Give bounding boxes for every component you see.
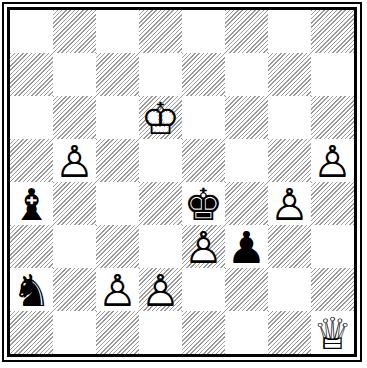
white-pawn[interactable]: ♟♙ (53, 139, 96, 182)
chess-board: ♚♔♟♙♟♙♝♚♟♙♟♙♟♞♟♙♟♙♛♕ (10, 10, 354, 354)
square-e8[interactable] (182, 10, 225, 53)
black-bishop-glyph: ♝ (10, 182, 53, 225)
white-queen[interactable]: ♛♕ (311, 311, 354, 354)
square-b6[interactable] (53, 96, 96, 139)
black-bishop[interactable]: ♝ (10, 182, 53, 225)
square-h3[interactable] (311, 225, 354, 268)
square-a4[interactable]: ♝ (10, 182, 53, 225)
square-d6[interactable]: ♚♔ (139, 96, 182, 139)
white-pawn[interactable]: ♟♙ (311, 139, 354, 182)
square-f3[interactable]: ♟ (225, 225, 268, 268)
square-d1[interactable] (139, 311, 182, 354)
square-d2[interactable]: ♟♙ (139, 268, 182, 311)
white-pawn-glyph: ♙ (268, 182, 311, 225)
black-king-glyph: ♚ (182, 182, 225, 225)
white-king-glyph: ♔ (139, 96, 182, 139)
square-g1[interactable] (268, 311, 311, 354)
square-c6[interactable] (96, 96, 139, 139)
square-a3[interactable] (10, 225, 53, 268)
square-h7[interactable] (311, 53, 354, 96)
black-pawn-glyph: ♟ (225, 225, 268, 268)
square-a7[interactable] (10, 53, 53, 96)
chess-diagram: ♚♔♟♙♟♙♝♚♟♙♟♙♟♞♟♙♟♙♛♕ (2, 2, 362, 362)
black-knight[interactable]: ♞ (10, 268, 53, 311)
white-pawn[interactable]: ♟♙ (139, 268, 182, 311)
black-king[interactable]: ♚ (182, 182, 225, 225)
square-e7[interactable] (182, 53, 225, 96)
square-d3[interactable] (139, 225, 182, 268)
black-knight-glyph: ♞ (10, 268, 53, 311)
white-pawn-glyph: ♙ (96, 268, 139, 311)
square-f4[interactable] (225, 182, 268, 225)
square-f5[interactable] (225, 139, 268, 182)
square-c5[interactable] (96, 139, 139, 182)
white-pawn[interactable]: ♟♙ (96, 268, 139, 311)
square-g3[interactable] (268, 225, 311, 268)
white-pawn-fill-glyph: ♟ (182, 225, 225, 268)
white-king[interactable]: ♚♔ (139, 96, 182, 139)
square-g7[interactable] (268, 53, 311, 96)
square-a1[interactable] (10, 311, 53, 354)
square-c7[interactable] (96, 53, 139, 96)
white-pawn-fill-glyph: ♟ (96, 268, 139, 311)
square-e2[interactable] (182, 268, 225, 311)
square-e1[interactable] (182, 311, 225, 354)
square-c1[interactable] (96, 311, 139, 354)
white-pawn[interactable]: ♟♙ (182, 225, 225, 268)
square-h4[interactable] (311, 182, 354, 225)
white-queen-glyph: ♕ (311, 311, 354, 354)
square-a2[interactable]: ♞ (10, 268, 53, 311)
white-pawn-fill-glyph: ♟ (311, 139, 354, 182)
square-d8[interactable] (139, 10, 182, 53)
square-h5[interactable]: ♟♙ (311, 139, 354, 182)
square-c8[interactable] (96, 10, 139, 53)
square-f2[interactable] (225, 268, 268, 311)
square-d5[interactable] (139, 139, 182, 182)
white-pawn-glyph: ♙ (53, 139, 96, 182)
square-e5[interactable] (182, 139, 225, 182)
square-g5[interactable] (268, 139, 311, 182)
square-d4[interactable] (139, 182, 182, 225)
square-f7[interactable] (225, 53, 268, 96)
square-b7[interactable] (53, 53, 96, 96)
board-inner-frame: ♚♔♟♙♟♙♝♚♟♙♟♙♟♞♟♙♟♙♛♕ (7, 7, 357, 357)
square-h2[interactable] (311, 268, 354, 311)
square-a5[interactable] (10, 139, 53, 182)
square-e4[interactable]: ♚ (182, 182, 225, 225)
white-pawn-glyph: ♙ (139, 268, 182, 311)
square-c2[interactable]: ♟♙ (96, 268, 139, 311)
square-b1[interactable] (53, 311, 96, 354)
square-b5[interactable]: ♟♙ (53, 139, 96, 182)
square-g2[interactable] (268, 268, 311, 311)
black-pawn[interactable]: ♟ (225, 225, 268, 268)
square-h6[interactable] (311, 96, 354, 139)
white-pawn[interactable]: ♟♙ (268, 182, 311, 225)
board-outer-frame: ♚♔♟♙♟♙♝♚♟♙♟♙♟♞♟♙♟♙♛♕ (2, 2, 362, 362)
square-b2[interactable] (53, 268, 96, 311)
square-g4[interactable]: ♟♙ (268, 182, 311, 225)
square-b8[interactable] (53, 10, 96, 53)
square-b3[interactable] (53, 225, 96, 268)
square-e6[interactable] (182, 96, 225, 139)
square-a6[interactable] (10, 96, 53, 139)
square-d7[interactable] (139, 53, 182, 96)
square-g6[interactable] (268, 96, 311, 139)
square-a8[interactable] (10, 10, 53, 53)
white-pawn-glyph: ♙ (182, 225, 225, 268)
square-h8[interactable] (311, 10, 354, 53)
white-king-fill-glyph: ♚ (139, 96, 182, 139)
square-f6[interactable] (225, 96, 268, 139)
square-b4[interactable] (53, 182, 96, 225)
square-c3[interactable] (96, 225, 139, 268)
square-h1[interactable]: ♛♕ (311, 311, 354, 354)
white-queen-fill-glyph: ♛ (311, 311, 354, 354)
square-g8[interactable] (268, 10, 311, 53)
square-f1[interactable] (225, 311, 268, 354)
white-pawn-glyph: ♙ (311, 139, 354, 182)
square-c4[interactable] (96, 182, 139, 225)
white-pawn-fill-glyph: ♟ (268, 182, 311, 225)
white-pawn-fill-glyph: ♟ (139, 268, 182, 311)
white-pawn-fill-glyph: ♟ (53, 139, 96, 182)
square-e3[interactable]: ♟♙ (182, 225, 225, 268)
square-f8[interactable] (225, 10, 268, 53)
